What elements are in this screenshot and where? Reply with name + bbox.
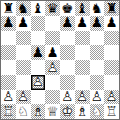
piece-black-knight[interactable]: ♞: [91, 2, 103, 16]
piece-black-pawn[interactable]: ♟: [17, 16, 29, 30]
white-piece-outline: ♙: [105, 90, 119, 104]
white-piece-outline: ♙: [1, 90, 15, 104]
square-b3[interactable]: [16, 75, 31, 90]
piece-white-bishop[interactable]: ♝♗: [75, 105, 89, 119]
square-h8[interactable]: ♜: [104, 1, 119, 16]
white-piece-outline: ♗: [31, 105, 45, 119]
square-f6[interactable]: [75, 31, 90, 46]
piece-white-rook[interactable]: ♜♖: [1, 105, 15, 119]
square-e7[interactable]: ♟: [60, 16, 75, 31]
square-b7[interactable]: ♟: [16, 16, 31, 31]
piece-black-pawn[interactable]: ♟: [91, 16, 103, 30]
square-f1[interactable]: ♝♗: [75, 104, 90, 119]
square-f2[interactable]: ♟♙: [75, 90, 90, 105]
square-e1[interactable]: ♚♔: [60, 104, 75, 119]
square-d6[interactable]: [45, 31, 60, 46]
square-g1[interactable]: ♞♘: [90, 104, 105, 119]
square-b1[interactable]: ♞♘: [16, 104, 31, 119]
square-h5[interactable]: [104, 45, 119, 60]
piece-white-knight[interactable]: ♞♘: [90, 105, 104, 119]
square-c7[interactable]: [31, 16, 46, 31]
square-c6[interactable]: [31, 31, 46, 46]
piece-black-pawn[interactable]: ♟: [2, 16, 14, 30]
white-piece-outline: ♙: [60, 90, 74, 104]
piece-white-knight[interactable]: ♞♘: [16, 105, 30, 119]
white-piece-outline: ♙: [16, 90, 30, 104]
piece-black-bishop[interactable]: ♝: [32, 2, 44, 16]
white-piece-outline: ♖: [1, 105, 15, 119]
square-b4[interactable]: [16, 60, 31, 75]
piece-white-king[interactable]: ♚♔: [60, 105, 74, 119]
square-g7[interactable]: ♟: [90, 16, 105, 31]
piece-white-bishop[interactable]: ♝♗: [31, 105, 45, 119]
square-b6[interactable]: [16, 31, 31, 46]
square-b5[interactable]: [16, 45, 31, 60]
square-g2[interactable]: ♟♙: [90, 90, 105, 105]
square-h6[interactable]: [104, 31, 119, 46]
piece-black-pawn[interactable]: ♟: [76, 16, 88, 30]
piece-white-rook[interactable]: ♜♖: [105, 105, 119, 119]
square-f4[interactable]: [75, 60, 90, 75]
piece-white-pawn[interactable]: ♟♙: [105, 90, 119, 104]
square-e4[interactable]: [60, 60, 75, 75]
square-e6[interactable]: [60, 31, 75, 46]
square-a5[interactable]: [1, 45, 16, 60]
square-b2[interactable]: ♟♙: [16, 90, 31, 105]
square-e8[interactable]: ♚: [60, 1, 75, 16]
white-piece-outline: ♖: [105, 105, 119, 119]
piece-white-pawn[interactable]: ♟♙: [1, 90, 15, 104]
square-e2[interactable]: ♟♙: [60, 90, 75, 105]
square-c3[interactable]: ♟♙: [31, 75, 46, 90]
square-g6[interactable]: [90, 31, 105, 46]
piece-black-rook[interactable]: ♜: [106, 2, 118, 16]
white-piece-outline: ♔: [60, 105, 74, 119]
square-d4[interactable]: ♟♙: [45, 60, 60, 75]
piece-white-pawn[interactable]: ♟♙: [90, 90, 104, 104]
piece-black-bishop[interactable]: ♝: [76, 2, 88, 16]
square-h7[interactable]: ♟: [104, 16, 119, 31]
piece-black-pawn[interactable]: ♟: [32, 46, 44, 60]
square-a8[interactable]: ♜: [1, 1, 16, 16]
square-c1[interactable]: ♝♗: [31, 104, 46, 119]
piece-black-rook[interactable]: ♜: [2, 2, 14, 16]
square-d5[interactable]: ♟: [45, 45, 60, 60]
square-h1[interactable]: ♜♖: [104, 104, 119, 119]
white-piece-outline: ♙: [31, 75, 45, 89]
piece-black-knight[interactable]: ♞: [17, 2, 29, 16]
square-a6[interactable]: [1, 31, 16, 46]
square-f8[interactable]: ♝: [75, 1, 90, 16]
white-piece-outline: ♗: [75, 105, 89, 119]
square-d7[interactable]: [45, 16, 60, 31]
square-a1[interactable]: ♜♖: [1, 104, 16, 119]
piece-white-pawn[interactable]: ♟♙: [75, 90, 89, 104]
square-c8[interactable]: ♝: [31, 1, 46, 16]
square-e5[interactable]: [60, 45, 75, 60]
white-piece-outline: ♙: [75, 90, 89, 104]
piece-black-pawn[interactable]: ♟: [61, 16, 73, 30]
square-c4[interactable]: [31, 60, 46, 75]
piece-white-pawn[interactable]: ♟♙: [46, 60, 60, 74]
square-d2[interactable]: [45, 90, 60, 105]
piece-black-pawn[interactable]: ♟: [47, 46, 59, 60]
square-f3[interactable]: [75, 75, 90, 90]
square-f5[interactable]: [75, 45, 90, 60]
white-piece-outline: ♘: [16, 105, 30, 119]
piece-white-pawn[interactable]: ♟♙: [60, 90, 74, 104]
square-f7[interactable]: ♟: [75, 16, 90, 31]
square-h3[interactable]: [104, 75, 119, 90]
square-a7[interactable]: ♟: [1, 16, 16, 31]
white-piece-outline: ♙: [90, 90, 104, 104]
chess-board: ♜♞♝♛♚♝♞♜♟♟♟♟♟♟♟♟♟♙♟♙♟♙♟♙♟♙♟♙♟♙♟♙♜♖♞♘♝♗♛♕…: [0, 0, 120, 120]
square-a2[interactable]: ♟♙: [1, 90, 16, 105]
square-d8[interactable]: ♛: [45, 1, 60, 16]
square-g5[interactable]: [90, 45, 105, 60]
piece-white-queen[interactable]: ♛♕: [46, 105, 60, 119]
piece-white-pawn[interactable]: ♟♙: [16, 90, 30, 104]
square-h4[interactable]: [104, 60, 119, 75]
piece-white-pawn[interactable]: ♟♙: [31, 75, 45, 89]
square-d1[interactable]: ♛♕: [45, 104, 60, 119]
square-e3[interactable]: [60, 75, 75, 90]
square-g8[interactable]: ♞: [90, 1, 105, 16]
square-d3[interactable]: [45, 75, 60, 90]
white-piece-outline: ♙: [46, 60, 60, 74]
square-g3[interactable]: [90, 75, 105, 90]
square-h2[interactable]: ♟♙: [104, 90, 119, 105]
square-g4[interactable]: [90, 60, 105, 75]
piece-black-queen[interactable]: ♛: [47, 2, 59, 16]
square-c2[interactable]: [31, 90, 46, 105]
square-a3[interactable]: [1, 75, 16, 90]
piece-black-king[interactable]: ♚: [61, 2, 73, 16]
white-piece-outline: ♘: [90, 105, 104, 119]
white-piece-outline: ♕: [46, 105, 60, 119]
square-b8[interactable]: ♞: [16, 1, 31, 16]
square-c5[interactable]: ♟: [31, 45, 46, 60]
square-a4[interactable]: [1, 60, 16, 75]
piece-black-pawn[interactable]: ♟: [106, 16, 118, 30]
